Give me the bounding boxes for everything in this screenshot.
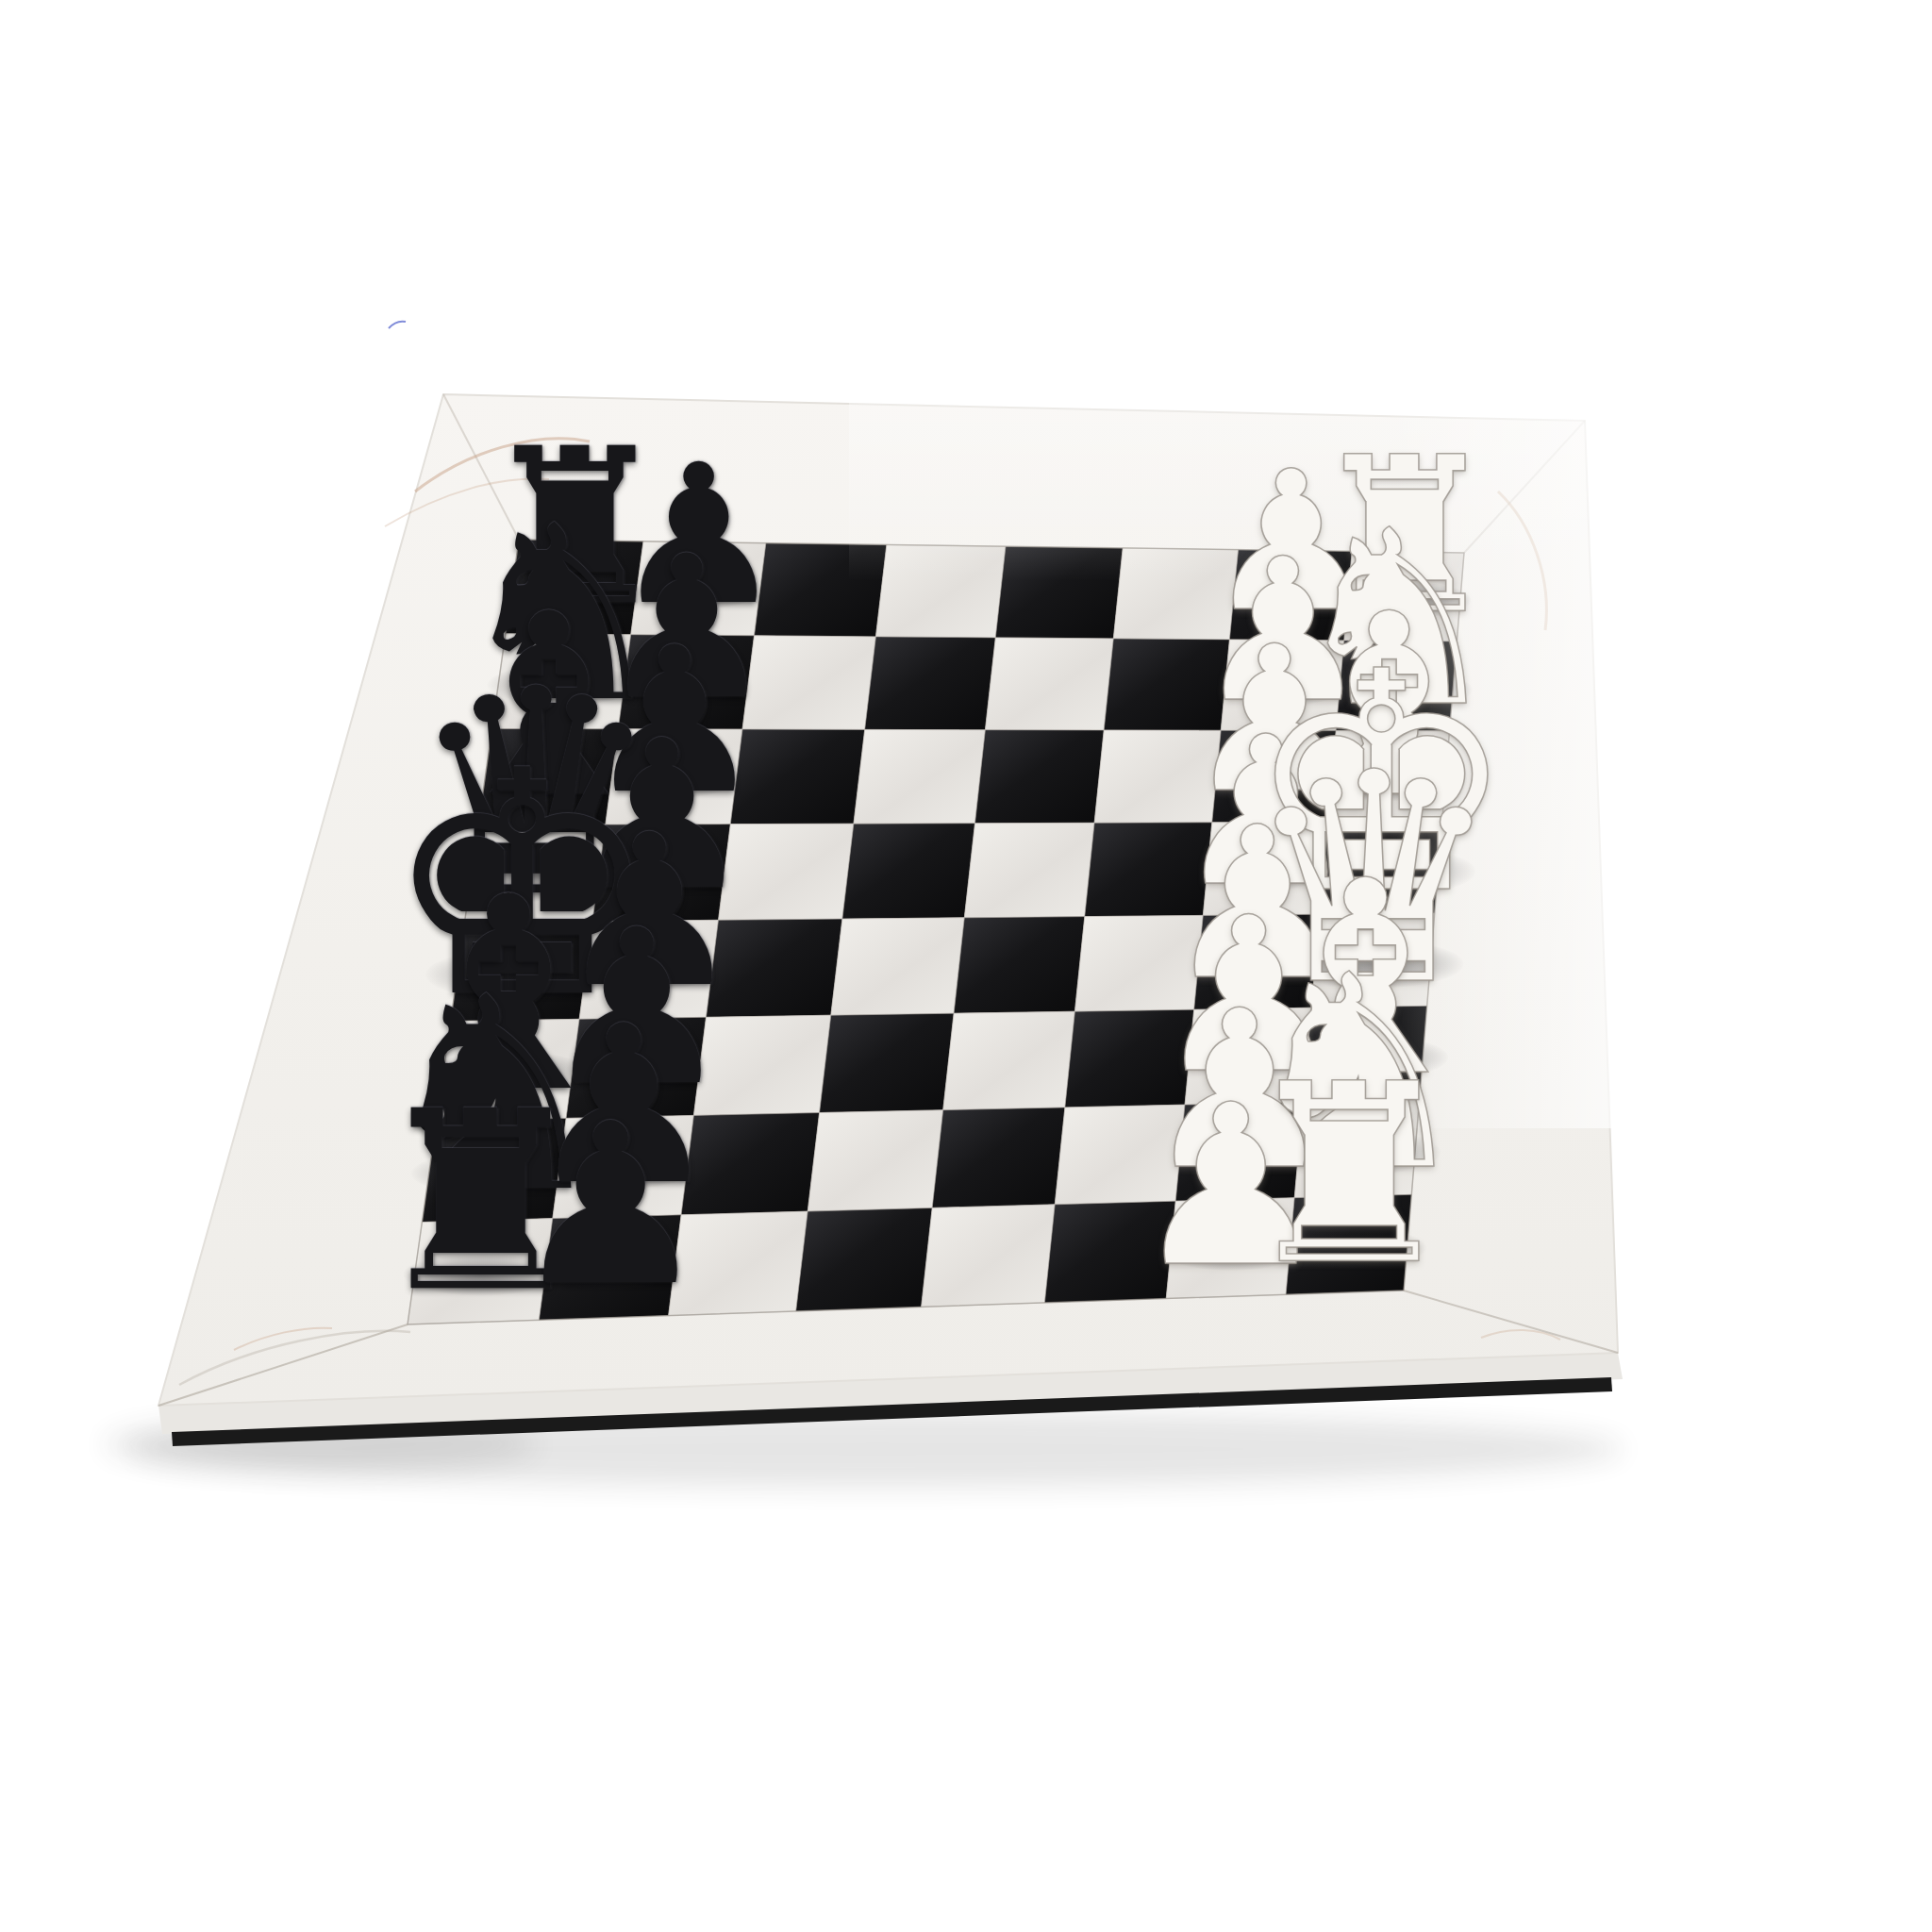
piece-white-bishop-f1: ♝ (1276, 581, 1502, 833)
piece-black-queen-e8: ♛ (408, 652, 663, 937)
piece-shadow (639, 575, 758, 608)
piece-white-pawn-e2: ♟ (1174, 709, 1357, 915)
piece-shadow (1192, 947, 1323, 983)
piece-shadow (557, 1152, 691, 1189)
piece-shadow (1273, 1227, 1426, 1270)
piece-shadow (1287, 845, 1474, 897)
piece-white-rook-h1: ♜ (1308, 429, 1501, 644)
piece-shadow (1274, 1129, 1441, 1174)
piece-black-knight-b8: ♞ (375, 962, 614, 1230)
piece-black-pawn-c7: ♟ (541, 902, 732, 1116)
piece-shadow (426, 948, 619, 1001)
piece-shadow (1322, 669, 1472, 710)
piece-shadow (1173, 1137, 1307, 1174)
piece-shadow (1338, 582, 1471, 619)
piece-white-king-e1: ♚ (1245, 632, 1517, 936)
piece-shadow (1231, 582, 1351, 615)
piece-white-pawn-f2: ♟ (1184, 620, 1364, 821)
piece-white-queen-d1: ♛ (1243, 735, 1504, 1025)
piece-white-pawn-a2: ♟ (1131, 1075, 1330, 1297)
piece-shadow (425, 1051, 591, 1096)
piece-black-pawn-g7: ♟ (598, 529, 774, 726)
piece-white-rook-a1: ♜ (1239, 1052, 1460, 1299)
piece-shadow (1283, 940, 1463, 989)
piece-shadow (1202, 855, 1329, 890)
piece-shadow (1222, 673, 1344, 707)
piece-shadow (471, 759, 626, 802)
piece-shadow (541, 1252, 679, 1290)
piece-shadow (1212, 763, 1337, 797)
piece-black-pawn-b7: ♟ (526, 997, 722, 1215)
piece-black-bishop-f8: ♝ (436, 581, 661, 833)
piece-white-pawn-h2: ♟ (1205, 445, 1377, 639)
piece-black-pawn-e7: ♟ (570, 713, 754, 919)
piece-black-bishop-c8: ♝ (389, 862, 628, 1129)
piece-black-rook-a8: ♜ (370, 1079, 591, 1326)
piece-shadow (508, 573, 641, 609)
piece-black-pawn-f7: ♟ (584, 621, 764, 822)
piece-white-pawn-c2: ♟ (1153, 890, 1344, 1104)
marble-chess-set-photo: ♜♟♟♜♞♟♟♞♝♟♟♝♛♟♟♚♚♟♟♛♝♟♟♝♞♟♟♞♜♟♟♜ (38, 15, 1932, 1932)
piece-shadow (1182, 1041, 1314, 1078)
piece-shadow (1162, 1233, 1300, 1271)
piece-black-rook-h8: ♜ (478, 421, 671, 636)
piece-shadow (447, 853, 624, 901)
piece-black-knight-g8: ♞ (454, 493, 671, 736)
piece-shadow (612, 763, 737, 797)
piece-white-pawn-g2: ♟ (1194, 532, 1371, 729)
piece-shadow (411, 1151, 577, 1196)
piece-shadow (584, 956, 714, 991)
piece-white-pawn-b2: ♟ (1142, 982, 1338, 1200)
piece-black-pawn-h7: ♟ (612, 439, 785, 632)
piece-shadow (404, 1254, 558, 1296)
piece-shadow (625, 669, 748, 703)
piece-white-knight-b1: ♞ (1238, 941, 1477, 1208)
piece-shadow (1311, 758, 1467, 801)
piece-shadow (598, 858, 725, 893)
piece-black-king-d8: ♚ (383, 730, 660, 1040)
piece-white-pawn-d2: ♟ (1163, 799, 1351, 1008)
pieces-layer: ♜♟♟♜♞♟♟♞♝♟♟♝♛♟♟♚♚♟♟♛♝♟♟♝♞♟♟♞♜♟♟♜ (38, 15, 1932, 1932)
piece-shadow (1283, 1035, 1449, 1080)
piece-white-knight-g1: ♞ (1289, 498, 1506, 741)
piece-black-pawn-a7: ♟ (511, 1094, 710, 1316)
piece-black-pawn-d7: ♟ (556, 807, 743, 1016)
piece-white-bishop-c1: ♝ (1245, 846, 1485, 1113)
piece-shadow (571, 1053, 703, 1090)
piece-shadow (487, 664, 637, 706)
